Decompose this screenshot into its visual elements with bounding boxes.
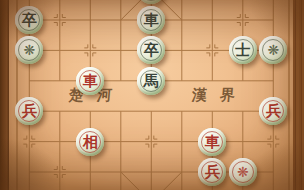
piece-black-pawn-f1r3[interactable]: 卒 bbox=[15, 6, 43, 34]
piece-black-hidden-f1r4[interactable]: ❋ bbox=[15, 36, 43, 64]
piece-glyph: 兵 bbox=[259, 97, 287, 125]
piece-glyph: 卒 bbox=[15, 6, 43, 34]
piece-glyph: 車 bbox=[137, 6, 165, 34]
piece-glyph: ❋ bbox=[229, 158, 257, 186]
piece-red-chariot-f3r5[interactable]: 車 bbox=[76, 67, 104, 95]
piece-glyph: 馬 bbox=[137, 66, 165, 94]
piece-black-advisor-f8r4[interactable]: 士 bbox=[229, 36, 257, 64]
piece-glyph: 車 bbox=[76, 66, 104, 94]
piece-red-hidden-f8r8[interactable]: ❋ bbox=[229, 158, 257, 186]
piece-glyph: 士 bbox=[229, 36, 257, 64]
piece-red-pawn-f9r6[interactable]: 兵 bbox=[259, 97, 287, 125]
piece-glyph: ❋ bbox=[259, 36, 287, 64]
piece-glyph: ❋ bbox=[15, 36, 43, 64]
piece-glyph: 兵 bbox=[198, 158, 226, 186]
piece-black-horse-f5r5[interactable]: 馬 bbox=[137, 67, 165, 95]
piece-red-pawn-f7r8[interactable]: 兵 bbox=[198, 158, 226, 186]
xiangqi-board[interactable]: 楚河 漢界 卒車❋卒士❋車馬兵兵相車兵❋ bbox=[0, 0, 304, 190]
piece-red-chariot-f7r7[interactable]: 車 bbox=[198, 128, 226, 156]
pieces-layer: 卒車❋卒士❋車馬兵兵相車兵❋ bbox=[0, 0, 304, 190]
piece-glyph: 兵 bbox=[15, 97, 43, 125]
piece-black-hidden-f9r4[interactable]: ❋ bbox=[259, 36, 287, 64]
piece-glyph: 相 bbox=[76, 127, 104, 155]
piece-red-elephant-f3r7[interactable]: 相 bbox=[76, 128, 104, 156]
piece-red-pawn-f1r6[interactable]: 兵 bbox=[15, 97, 43, 125]
piece-black-pawn-f5r4[interactable]: 卒 bbox=[137, 36, 165, 64]
piece-unknown-unknown-f5r2[interactable] bbox=[137, 0, 165, 4]
piece-glyph: 卒 bbox=[137, 36, 165, 64]
piece-glyph bbox=[137, 0, 165, 3]
piece-black-chariot-f5r3[interactable]: 車 bbox=[137, 6, 165, 34]
piece-glyph: 車 bbox=[198, 127, 226, 155]
